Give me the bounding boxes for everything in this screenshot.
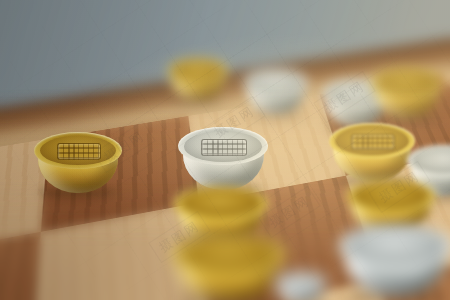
depth-blur-overlay-far: [0, 0, 450, 150]
photo-scene: 摄图网摄图网摄图网摄图网摄图网摄图网: [0, 0, 450, 300]
depth-blur-overlay-near: [0, 180, 450, 300]
